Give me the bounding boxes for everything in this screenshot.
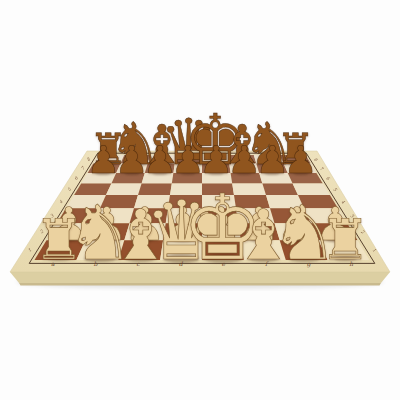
piece-black-pawn-h7[interactable]: ♟ — [284, 141, 318, 179]
chess-set-photo: abcdefgh8877665544332211 ♜♞♝♛♚♝♞♜♟♟♟♟♟♟♟… — [0, 0, 400, 400]
piece-white-rook-h1[interactable]: ♜ — [320, 212, 370, 268]
piece-layer: ♜♞♝♛♚♝♞♜♟♟♟♟♟♟♟♟♟♟♟♟♟♟♟♟♜♞♝♛♚♝♞♜ — [0, 0, 400, 400]
